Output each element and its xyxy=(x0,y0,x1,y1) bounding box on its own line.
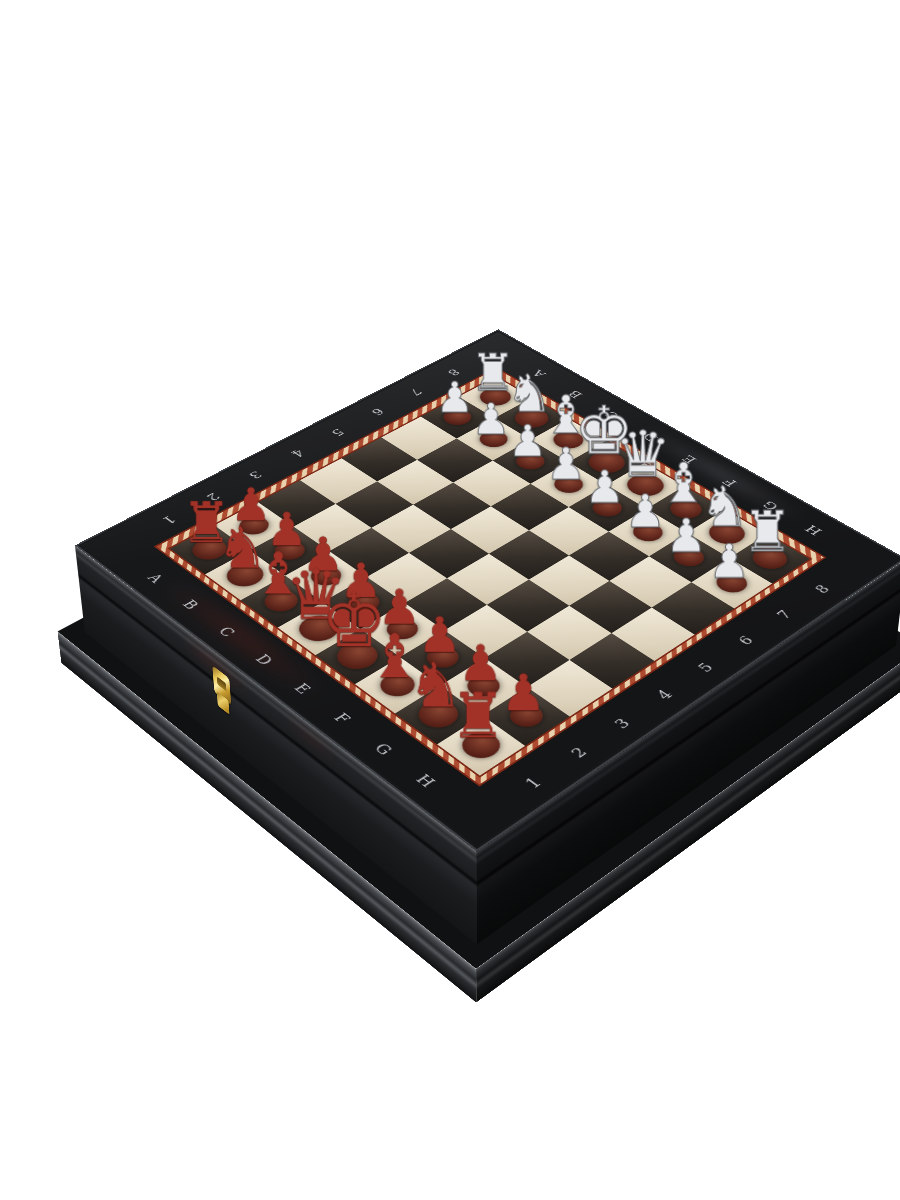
rook-glyph: ♜ xyxy=(433,685,522,747)
pawn-glyph: ♟ xyxy=(688,538,769,585)
photo-scene: AABBCCDDEEFFGGHH1122334455667788 ♜♞♝♛♚♝♞… xyxy=(0,0,900,1200)
chess-casket: AABBCCDDEEFFGGHH1122334455667788 ♜♞♝♛♚♝♞… xyxy=(75,329,900,851)
